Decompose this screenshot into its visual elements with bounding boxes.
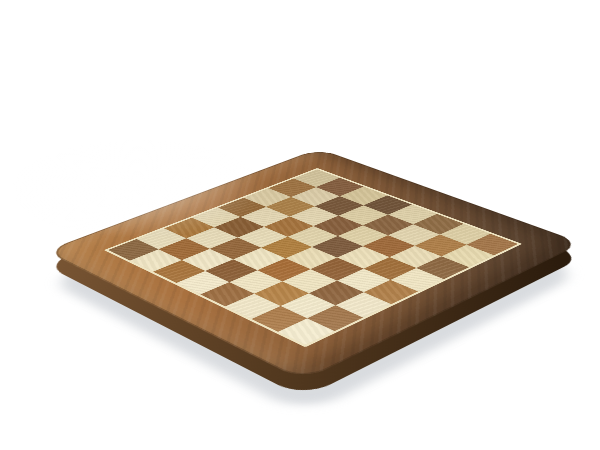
chess-board: [45, 148, 582, 380]
product-photo-background: [0, 0, 600, 450]
